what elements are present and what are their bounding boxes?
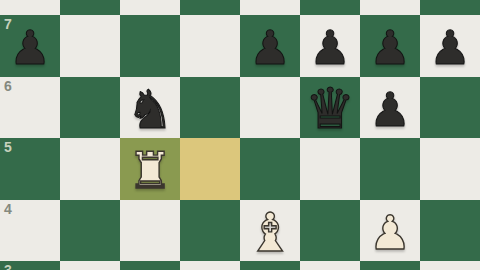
- chessboard-viewport: 87♟♟♟♟♟6♞♛♟5♜4♝♟3♟♟2♛1: [0, 0, 480, 270]
- rank-label-3: 3: [4, 262, 12, 270]
- piece-white-pawn-f3[interactable]: ♟: [300, 263, 360, 270]
- square-h8[interactable]: [420, 0, 480, 15]
- square-g3[interactable]: [360, 261, 420, 270]
- square-g7[interactable]: ♟: [360, 15, 420, 77]
- square-e7[interactable]: ♟: [240, 15, 300, 77]
- square-a4[interactable]: 4: [0, 200, 60, 262]
- square-d5[interactable]: [180, 138, 240, 200]
- square-b3[interactable]: [60, 261, 120, 270]
- square-e6[interactable]: [240, 77, 300, 139]
- square-c3[interactable]: [120, 261, 180, 270]
- square-b5[interactable]: [60, 138, 120, 200]
- piece-white-rook-c5[interactable]: ♜: [120, 140, 180, 202]
- square-f7[interactable]: ♟: [300, 15, 360, 77]
- square-h3[interactable]: ♟: [420, 261, 480, 270]
- piece-white-pawn-g4[interactable]: ♟: [360, 202, 420, 264]
- square-d4[interactable]: [180, 200, 240, 262]
- piece-white-pawn-h3[interactable]: ♟: [420, 263, 480, 270]
- piece-black-pawn-f7[interactable]: ♟: [300, 17, 360, 79]
- square-f3[interactable]: ♟: [300, 261, 360, 270]
- square-g6[interactable]: ♟: [360, 77, 420, 139]
- square-h6[interactable]: [420, 77, 480, 139]
- square-d8[interactable]: [180, 0, 240, 15]
- piece-black-pawn-g7[interactable]: ♟: [360, 17, 420, 79]
- square-e5[interactable]: [240, 138, 300, 200]
- square-h7[interactable]: ♟: [420, 15, 480, 77]
- piece-black-pawn-a7[interactable]: ♟: [0, 17, 60, 79]
- piece-black-pawn-g6[interactable]: ♟: [360, 79, 420, 141]
- piece-black-pawn-h7[interactable]: ♟: [420, 17, 480, 79]
- rank-label-5: 5: [4, 139, 12, 155]
- square-e4[interactable]: ♝: [240, 200, 300, 262]
- piece-black-knight-c6[interactable]: ♞: [120, 79, 180, 141]
- square-c5[interactable]: ♜: [120, 138, 180, 200]
- square-e3[interactable]: [240, 261, 300, 270]
- square-c4[interactable]: [120, 200, 180, 262]
- rank-label-4: 4: [4, 201, 12, 217]
- rank-label-6: 6: [4, 78, 12, 94]
- square-b4[interactable]: [60, 200, 120, 262]
- chessboard: 87♟♟♟♟♟6♞♛♟5♜4♝♟3♟♟2♛1: [0, 0, 480, 270]
- square-h5[interactable]: [420, 138, 480, 200]
- piece-white-bishop-e4[interactable]: ♝: [240, 202, 300, 264]
- square-d7[interactable]: [180, 15, 240, 77]
- square-c8[interactable]: [120, 0, 180, 15]
- square-f4[interactable]: [300, 200, 360, 262]
- square-c7[interactable]: [120, 15, 180, 77]
- square-d6[interactable]: [180, 77, 240, 139]
- square-f6[interactable]: ♛: [300, 77, 360, 139]
- square-b8[interactable]: [60, 0, 120, 15]
- square-g4[interactable]: ♟: [360, 200, 420, 262]
- square-b6[interactable]: [60, 77, 120, 139]
- square-f5[interactable]: [300, 138, 360, 200]
- piece-black-queen-f6[interactable]: ♛: [300, 79, 360, 141]
- square-a7[interactable]: 7♟: [0, 15, 60, 77]
- square-g5[interactable]: [360, 138, 420, 200]
- square-h4[interactable]: [420, 200, 480, 262]
- square-a8[interactable]: 8: [0, 0, 60, 15]
- square-a5[interactable]: 5: [0, 138, 60, 200]
- square-e8[interactable]: [240, 0, 300, 15]
- square-c6[interactable]: ♞: [120, 77, 180, 139]
- square-a3[interactable]: 3: [0, 261, 60, 270]
- square-a6[interactable]: 6: [0, 77, 60, 139]
- square-b7[interactable]: [60, 15, 120, 77]
- square-g8[interactable]: [360, 0, 420, 15]
- square-f8[interactable]: [300, 0, 360, 15]
- square-d3[interactable]: [180, 261, 240, 270]
- piece-black-pawn-e7[interactable]: ♟: [240, 17, 300, 79]
